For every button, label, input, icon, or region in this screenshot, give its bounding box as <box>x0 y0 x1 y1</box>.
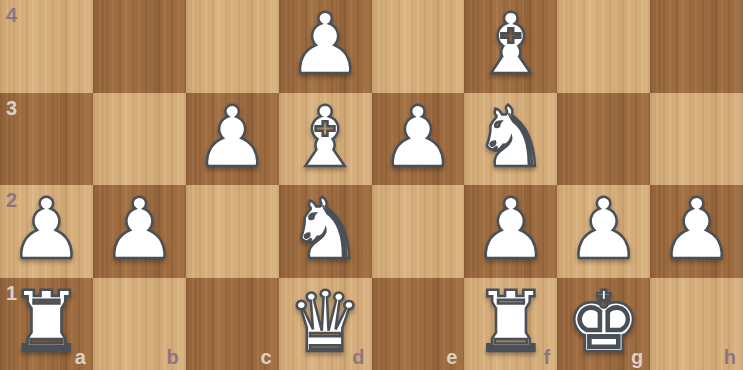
white-rook-f1[interactable]: ♜ <box>464 278 557 370</box>
square-a3[interactable]: 3 <box>0 93 93 186</box>
square-f1[interactable]: f♜ <box>464 278 557 370</box>
white-king-g1[interactable]: ♚ <box>557 278 650 370</box>
file-label-e: e <box>446 347 457 367</box>
square-b3[interactable] <box>93 93 186 186</box>
square-d4[interactable]: ♟ <box>279 0 372 93</box>
file-label-h: h <box>724 347 736 367</box>
rank-label-3: 3 <box>6 98 17 118</box>
square-c4[interactable] <box>186 0 279 93</box>
square-e4[interactable] <box>372 0 465 93</box>
square-h2[interactable]: ♟ <box>650 185 743 278</box>
square-c3[interactable]: ♟ <box>186 93 279 186</box>
square-f4[interactable]: ♝ <box>464 0 557 93</box>
square-g4[interactable] <box>557 0 650 93</box>
white-pawn-d4[interactable]: ♟ <box>279 0 372 93</box>
white-pawn-f2[interactable]: ♟ <box>464 185 557 278</box>
white-knight-d2[interactable]: ♞ <box>279 185 372 278</box>
white-pawn-a2[interactable]: ♟ <box>0 185 93 278</box>
square-g1[interactable]: g♚ <box>557 278 650 370</box>
file-label-c: c <box>261 347 272 367</box>
square-a2[interactable]: 2♟ <box>0 185 93 278</box>
white-bishop-d3[interactable]: ♝ <box>279 93 372 186</box>
square-e1[interactable]: e <box>372 278 465 370</box>
chess-board: 4♟♝3♟♝♟♞2♟♟♞♟♟♟1a♜bcd♛ef♜g♚h <box>0 0 743 370</box>
white-bishop-f4[interactable]: ♝ <box>464 0 557 93</box>
square-e2[interactable] <box>372 185 465 278</box>
square-h3[interactable] <box>650 93 743 186</box>
square-f2[interactable]: ♟ <box>464 185 557 278</box>
white-queen-d1[interactable]: ♛ <box>279 278 372 370</box>
white-rook-a1[interactable]: ♜ <box>0 278 93 370</box>
square-b1[interactable]: b <box>93 278 186 370</box>
file-label-b: b <box>167 347 179 367</box>
square-g2[interactable]: ♟ <box>557 185 650 278</box>
square-h4[interactable] <box>650 0 743 93</box>
square-a4[interactable]: 4 <box>0 0 93 93</box>
white-pawn-h2[interactable]: ♟ <box>650 185 743 278</box>
square-d3[interactable]: ♝ <box>279 93 372 186</box>
square-c1[interactable]: c <box>186 278 279 370</box>
white-pawn-b2[interactable]: ♟ <box>93 185 186 278</box>
square-b2[interactable]: ♟ <box>93 185 186 278</box>
square-d1[interactable]: d♛ <box>279 278 372 370</box>
square-b4[interactable] <box>93 0 186 93</box>
rank-label-4: 4 <box>6 5 17 25</box>
square-a1[interactable]: 1a♜ <box>0 278 93 370</box>
white-pawn-e3[interactable]: ♟ <box>372 93 465 186</box>
square-e3[interactable]: ♟ <box>372 93 465 186</box>
white-pawn-c3[interactable]: ♟ <box>186 93 279 186</box>
white-pawn-g2[interactable]: ♟ <box>557 185 650 278</box>
white-knight-f3[interactable]: ♞ <box>464 93 557 186</box>
square-d2[interactable]: ♞ <box>279 185 372 278</box>
square-h1[interactable]: h <box>650 278 743 370</box>
square-g3[interactable] <box>557 93 650 186</box>
square-f3[interactable]: ♞ <box>464 93 557 186</box>
square-c2[interactable] <box>186 185 279 278</box>
